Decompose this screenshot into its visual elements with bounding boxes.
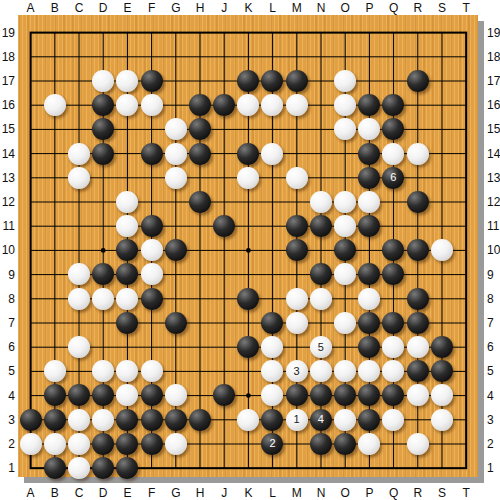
point-L8[interactable] <box>260 287 284 311</box>
point-E13[interactable] <box>115 166 139 190</box>
point-G1[interactable] <box>164 456 188 480</box>
point-H7[interactable] <box>188 311 212 335</box>
point-C12[interactable] <box>67 190 91 214</box>
point-C4[interactable] <box>67 383 91 407</box>
point-T5[interactable] <box>454 359 478 383</box>
point-R13[interactable] <box>406 166 430 190</box>
point-E4[interactable] <box>115 383 139 407</box>
point-D17[interactable] <box>91 69 115 93</box>
point-B6[interactable] <box>43 335 67 359</box>
point-F1[interactable] <box>139 456 163 480</box>
point-A5[interactable] <box>19 359 43 383</box>
point-A10[interactable] <box>19 238 43 262</box>
point-P4[interactable] <box>357 383 381 407</box>
point-P18[interactable] <box>357 45 381 69</box>
point-C11[interactable] <box>67 214 91 238</box>
point-Q17[interactable] <box>381 69 405 93</box>
point-P7[interactable] <box>357 311 381 335</box>
point-P12[interactable] <box>357 190 381 214</box>
point-A7[interactable] <box>19 311 43 335</box>
point-G12[interactable] <box>164 190 188 214</box>
point-R6[interactable] <box>406 335 430 359</box>
point-C14[interactable] <box>67 141 91 165</box>
point-T18[interactable] <box>454 45 478 69</box>
point-C19[interactable] <box>67 21 91 45</box>
point-P5[interactable] <box>357 359 381 383</box>
point-H4[interactable] <box>188 383 212 407</box>
point-P2[interactable] <box>357 432 381 456</box>
point-K11[interactable] <box>236 214 260 238</box>
point-H8[interactable] <box>188 287 212 311</box>
point-P17[interactable] <box>357 69 381 93</box>
point-R16[interactable] <box>406 93 430 117</box>
point-Q16[interactable] <box>381 93 405 117</box>
point-O12[interactable] <box>333 190 357 214</box>
point-O4[interactable] <box>333 383 357 407</box>
point-N13[interactable] <box>309 166 333 190</box>
point-E12[interactable] <box>115 190 139 214</box>
point-D4[interactable] <box>91 383 115 407</box>
point-O6[interactable] <box>333 335 357 359</box>
point-L11[interactable] <box>260 214 284 238</box>
point-M15[interactable] <box>285 117 309 141</box>
point-A1[interactable] <box>19 456 43 480</box>
point-K9[interactable] <box>236 262 260 286</box>
point-J13[interactable] <box>212 166 236 190</box>
point-J12[interactable] <box>212 190 236 214</box>
point-G4[interactable] <box>164 383 188 407</box>
point-R3[interactable] <box>406 408 430 432</box>
point-K17[interactable] <box>236 69 260 93</box>
point-D12[interactable] <box>91 190 115 214</box>
point-G17[interactable] <box>164 69 188 93</box>
point-M10[interactable] <box>285 238 309 262</box>
point-Q7[interactable] <box>381 311 405 335</box>
point-O18[interactable] <box>333 45 357 69</box>
point-H16[interactable] <box>188 93 212 117</box>
point-K1[interactable] <box>236 456 260 480</box>
point-C7[interactable] <box>67 311 91 335</box>
point-K4[interactable] <box>236 383 260 407</box>
point-B19[interactable] <box>43 21 67 45</box>
point-M18[interactable] <box>285 45 309 69</box>
point-F6[interactable] <box>139 335 163 359</box>
point-T1[interactable] <box>454 456 478 480</box>
point-S14[interactable] <box>430 141 454 165</box>
point-O9[interactable] <box>333 262 357 286</box>
point-G15[interactable] <box>164 117 188 141</box>
point-E19[interactable] <box>115 21 139 45</box>
point-M5[interactable]: 3 <box>285 359 309 383</box>
point-S16[interactable] <box>430 93 454 117</box>
point-G8[interactable] <box>164 287 188 311</box>
point-H10[interactable] <box>188 238 212 262</box>
point-H15[interactable] <box>188 117 212 141</box>
point-O10[interactable] <box>333 238 357 262</box>
point-K5[interactable] <box>236 359 260 383</box>
point-T3[interactable] <box>454 408 478 432</box>
point-F17[interactable] <box>139 69 163 93</box>
point-A18[interactable] <box>19 45 43 69</box>
point-J9[interactable] <box>212 262 236 286</box>
point-T13[interactable] <box>454 166 478 190</box>
point-C16[interactable] <box>67 93 91 117</box>
point-Q3[interactable] <box>381 408 405 432</box>
point-P19[interactable] <box>357 21 381 45</box>
point-D13[interactable] <box>91 166 115 190</box>
point-K18[interactable] <box>236 45 260 69</box>
point-D19[interactable] <box>91 21 115 45</box>
point-J6[interactable] <box>212 335 236 359</box>
point-B1[interactable] <box>43 456 67 480</box>
point-L19[interactable] <box>260 21 284 45</box>
point-J19[interactable] <box>212 21 236 45</box>
point-B15[interactable] <box>43 117 67 141</box>
point-M13[interactable] <box>285 166 309 190</box>
point-S13[interactable] <box>430 166 454 190</box>
point-L12[interactable] <box>260 190 284 214</box>
point-L17[interactable] <box>260 69 284 93</box>
point-F12[interactable] <box>139 190 163 214</box>
point-L14[interactable] <box>260 141 284 165</box>
point-K15[interactable] <box>236 117 260 141</box>
point-P11[interactable] <box>357 214 381 238</box>
point-T14[interactable] <box>454 141 478 165</box>
point-G19[interactable] <box>164 21 188 45</box>
point-S8[interactable] <box>430 287 454 311</box>
point-P3[interactable] <box>357 408 381 432</box>
point-B8[interactable] <box>43 287 67 311</box>
point-E7[interactable] <box>115 311 139 335</box>
point-D14[interactable] <box>91 141 115 165</box>
point-P1[interactable] <box>357 456 381 480</box>
point-F2[interactable] <box>139 432 163 456</box>
point-P13[interactable] <box>357 166 381 190</box>
point-B12[interactable] <box>43 190 67 214</box>
point-K8[interactable] <box>236 287 260 311</box>
point-M19[interactable] <box>285 21 309 45</box>
point-L15[interactable] <box>260 117 284 141</box>
point-K10[interactable] <box>236 238 260 262</box>
point-L5[interactable] <box>260 359 284 383</box>
point-F16[interactable] <box>139 93 163 117</box>
point-H18[interactable] <box>188 45 212 69</box>
point-T15[interactable] <box>454 117 478 141</box>
point-C15[interactable] <box>67 117 91 141</box>
point-T4[interactable] <box>454 383 478 407</box>
point-N19[interactable] <box>309 21 333 45</box>
point-H6[interactable] <box>188 335 212 359</box>
point-D2[interactable] <box>91 432 115 456</box>
point-G16[interactable] <box>164 93 188 117</box>
point-C13[interactable] <box>67 166 91 190</box>
point-H2[interactable] <box>188 432 212 456</box>
point-N4[interactable] <box>309 383 333 407</box>
point-C3[interactable] <box>67 408 91 432</box>
point-R5[interactable] <box>406 359 430 383</box>
point-F14[interactable] <box>139 141 163 165</box>
point-O16[interactable] <box>333 93 357 117</box>
point-E2[interactable] <box>115 432 139 456</box>
point-F10[interactable] <box>139 238 163 262</box>
point-B9[interactable] <box>43 262 67 286</box>
point-F18[interactable] <box>139 45 163 69</box>
point-O3[interactable] <box>333 408 357 432</box>
point-N15[interactable] <box>309 117 333 141</box>
point-S1[interactable] <box>430 456 454 480</box>
point-E16[interactable] <box>115 93 139 117</box>
point-T2[interactable] <box>454 432 478 456</box>
point-P6[interactable] <box>357 335 381 359</box>
point-A11[interactable] <box>19 214 43 238</box>
point-M17[interactable] <box>285 69 309 93</box>
point-N1[interactable] <box>309 456 333 480</box>
point-R15[interactable] <box>406 117 430 141</box>
point-G2[interactable] <box>164 432 188 456</box>
point-S12[interactable] <box>430 190 454 214</box>
point-M6[interactable] <box>285 335 309 359</box>
point-C2[interactable] <box>67 432 91 456</box>
point-F13[interactable] <box>139 166 163 190</box>
point-E6[interactable] <box>115 335 139 359</box>
point-F4[interactable] <box>139 383 163 407</box>
point-O1[interactable] <box>333 456 357 480</box>
point-E1[interactable] <box>115 456 139 480</box>
point-S3[interactable] <box>430 408 454 432</box>
point-F5[interactable] <box>139 359 163 383</box>
point-F19[interactable] <box>139 21 163 45</box>
point-K12[interactable] <box>236 190 260 214</box>
point-N7[interactable] <box>309 311 333 335</box>
point-A9[interactable] <box>19 262 43 286</box>
point-A17[interactable] <box>19 69 43 93</box>
point-R12[interactable] <box>406 190 430 214</box>
point-R14[interactable] <box>406 141 430 165</box>
point-R9[interactable] <box>406 262 430 286</box>
point-O8[interactable] <box>333 287 357 311</box>
point-Q18[interactable] <box>381 45 405 69</box>
point-S2[interactable] <box>430 432 454 456</box>
point-T17[interactable] <box>454 69 478 93</box>
point-B4[interactable] <box>43 383 67 407</box>
point-Q8[interactable] <box>381 287 405 311</box>
point-Q10[interactable] <box>381 238 405 262</box>
point-P14[interactable] <box>357 141 381 165</box>
point-M14[interactable] <box>285 141 309 165</box>
point-B16[interactable] <box>43 93 67 117</box>
point-B14[interactable] <box>43 141 67 165</box>
point-O2[interactable] <box>333 432 357 456</box>
point-H19[interactable] <box>188 21 212 45</box>
point-N9[interactable] <box>309 262 333 286</box>
point-D18[interactable] <box>91 45 115 69</box>
point-M1[interactable] <box>285 456 309 480</box>
point-A12[interactable] <box>19 190 43 214</box>
point-Q2[interactable] <box>381 432 405 456</box>
point-H12[interactable] <box>188 190 212 214</box>
point-K3[interactable] <box>236 408 260 432</box>
point-L3[interactable] <box>260 408 284 432</box>
point-J5[interactable] <box>212 359 236 383</box>
point-B17[interactable] <box>43 69 67 93</box>
point-N16[interactable] <box>309 93 333 117</box>
point-R4[interactable] <box>406 383 430 407</box>
point-S10[interactable] <box>430 238 454 262</box>
point-F15[interactable] <box>139 117 163 141</box>
point-B13[interactable] <box>43 166 67 190</box>
point-M4[interactable] <box>285 383 309 407</box>
point-S9[interactable] <box>430 262 454 286</box>
point-J3[interactable] <box>212 408 236 432</box>
point-E18[interactable] <box>115 45 139 69</box>
point-O13[interactable] <box>333 166 357 190</box>
point-T7[interactable] <box>454 311 478 335</box>
point-H9[interactable] <box>188 262 212 286</box>
point-L6[interactable] <box>260 335 284 359</box>
point-A8[interactable] <box>19 287 43 311</box>
point-S4[interactable] <box>430 383 454 407</box>
point-E17[interactable] <box>115 69 139 93</box>
point-K13[interactable] <box>236 166 260 190</box>
point-P8[interactable] <box>357 287 381 311</box>
point-M2[interactable] <box>285 432 309 456</box>
point-D1[interactable] <box>91 456 115 480</box>
point-G6[interactable] <box>164 335 188 359</box>
point-N8[interactable] <box>309 287 333 311</box>
point-Q4[interactable] <box>381 383 405 407</box>
point-R10[interactable] <box>406 238 430 262</box>
point-G9[interactable] <box>164 262 188 286</box>
point-P15[interactable] <box>357 117 381 141</box>
point-N5[interactable] <box>309 359 333 383</box>
point-O5[interactable] <box>333 359 357 383</box>
point-S7[interactable] <box>430 311 454 335</box>
point-S11[interactable] <box>430 214 454 238</box>
point-E11[interactable] <box>115 214 139 238</box>
point-D11[interactable] <box>91 214 115 238</box>
point-G13[interactable] <box>164 166 188 190</box>
point-L4[interactable] <box>260 383 284 407</box>
point-Q14[interactable] <box>381 141 405 165</box>
point-C10[interactable] <box>67 238 91 262</box>
point-B10[interactable] <box>43 238 67 262</box>
point-P16[interactable] <box>357 93 381 117</box>
point-T16[interactable] <box>454 93 478 117</box>
point-S17[interactable] <box>430 69 454 93</box>
point-Q13[interactable]: 6 <box>381 166 405 190</box>
point-C8[interactable] <box>67 287 91 311</box>
point-A6[interactable] <box>19 335 43 359</box>
point-L1[interactable] <box>260 456 284 480</box>
point-E14[interactable] <box>115 141 139 165</box>
point-E5[interactable] <box>115 359 139 383</box>
point-K16[interactable] <box>236 93 260 117</box>
point-M8[interactable] <box>285 287 309 311</box>
point-G14[interactable] <box>164 141 188 165</box>
point-Q5[interactable] <box>381 359 405 383</box>
point-O11[interactable] <box>333 214 357 238</box>
point-D9[interactable] <box>91 262 115 286</box>
point-A14[interactable] <box>19 141 43 165</box>
point-J16[interactable] <box>212 93 236 117</box>
point-J2[interactable] <box>212 432 236 456</box>
point-F8[interactable] <box>139 287 163 311</box>
point-P10[interactable] <box>357 238 381 262</box>
point-B2[interactable] <box>43 432 67 456</box>
point-C18[interactable] <box>67 45 91 69</box>
point-C9[interactable] <box>67 262 91 286</box>
point-J14[interactable] <box>212 141 236 165</box>
point-S15[interactable] <box>430 117 454 141</box>
point-D5[interactable] <box>91 359 115 383</box>
point-D6[interactable] <box>91 335 115 359</box>
point-N10[interactable] <box>309 238 333 262</box>
point-Q12[interactable] <box>381 190 405 214</box>
point-G11[interactable] <box>164 214 188 238</box>
point-E8[interactable] <box>115 287 139 311</box>
point-K14[interactable] <box>236 141 260 165</box>
point-G18[interactable] <box>164 45 188 69</box>
point-H11[interactable] <box>188 214 212 238</box>
point-E10[interactable] <box>115 238 139 262</box>
point-N14[interactable] <box>309 141 333 165</box>
point-H3[interactable] <box>188 408 212 432</box>
point-L10[interactable] <box>260 238 284 262</box>
point-G7[interactable] <box>164 311 188 335</box>
point-G3[interactable] <box>164 408 188 432</box>
point-N2[interactable] <box>309 432 333 456</box>
point-L18[interactable] <box>260 45 284 69</box>
point-E3[interactable] <box>115 408 139 432</box>
point-R8[interactable] <box>406 287 430 311</box>
point-P9[interactable] <box>357 262 381 286</box>
point-Q11[interactable] <box>381 214 405 238</box>
point-S18[interactable] <box>430 45 454 69</box>
point-T19[interactable] <box>454 21 478 45</box>
point-O19[interactable] <box>333 21 357 45</box>
point-F9[interactable] <box>139 262 163 286</box>
point-Q19[interactable] <box>381 21 405 45</box>
point-D15[interactable] <box>91 117 115 141</box>
point-H5[interactable] <box>188 359 212 383</box>
point-A16[interactable] <box>19 93 43 117</box>
point-K7[interactable] <box>236 311 260 335</box>
point-Q1[interactable] <box>381 456 405 480</box>
point-R11[interactable] <box>406 214 430 238</box>
point-L9[interactable] <box>260 262 284 286</box>
point-F11[interactable] <box>139 214 163 238</box>
point-M11[interactable] <box>285 214 309 238</box>
point-T9[interactable] <box>454 262 478 286</box>
point-C6[interactable] <box>67 335 91 359</box>
point-K2[interactable] <box>236 432 260 456</box>
point-Q9[interactable] <box>381 262 405 286</box>
point-J15[interactable] <box>212 117 236 141</box>
point-B11[interactable] <box>43 214 67 238</box>
point-R18[interactable] <box>406 45 430 69</box>
point-S19[interactable] <box>430 21 454 45</box>
point-F3[interactable] <box>139 408 163 432</box>
point-K6[interactable] <box>236 335 260 359</box>
point-T11[interactable] <box>454 214 478 238</box>
point-A15[interactable] <box>19 117 43 141</box>
point-E9[interactable] <box>115 262 139 286</box>
point-A4[interactable] <box>19 383 43 407</box>
point-S6[interactable] <box>430 335 454 359</box>
point-T10[interactable] <box>454 238 478 262</box>
point-L13[interactable] <box>260 166 284 190</box>
point-H17[interactable] <box>188 69 212 93</box>
